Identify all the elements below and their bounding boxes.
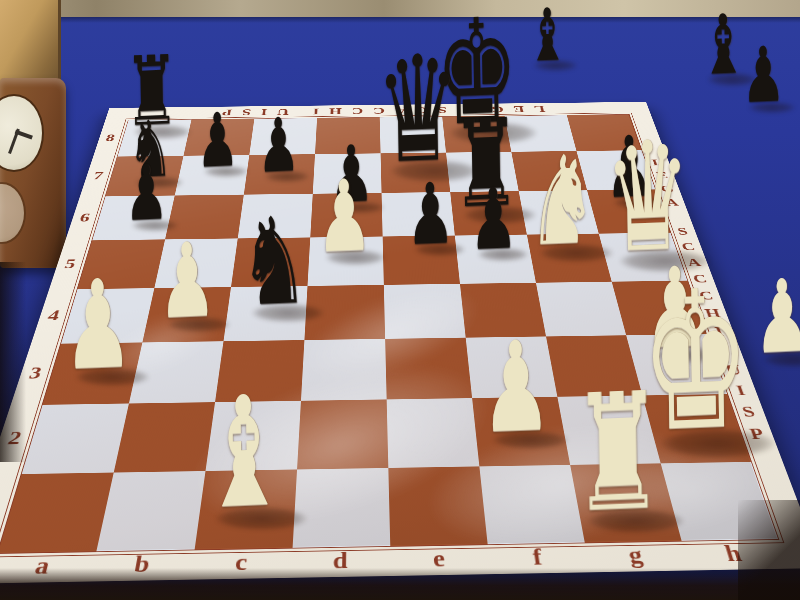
side-shadow: [0, 262, 26, 462]
table-edge-shadow: [0, 568, 800, 600]
floor-shadow: [0, 17, 800, 23]
wooden-box: [0, 0, 61, 86]
clock-face-2: [0, 182, 26, 244]
square-d1[interactable]: [293, 468, 391, 548]
black-pawn-c7[interactable]: ♟: [254, 107, 303, 183]
black-knight-c4[interactable]: ♞: [235, 200, 314, 323]
corner-shadow: [738, 500, 800, 600]
square-b1[interactable]: [96, 471, 205, 551]
square-e1[interactable]: [388, 466, 487, 546]
black-pawn-a6[interactable]: ♟: [121, 154, 171, 232]
white-pawn-a3[interactable]: ♟: [58, 262, 138, 387]
square-a1[interactable]: [0, 473, 114, 554]
black-pawn-f5[interactable]: ♟: [466, 176, 521, 262]
white-pawn-b4[interactable]: ♟: [154, 229, 221, 334]
square-e3[interactable]: [385, 338, 472, 400]
white-knight-g5[interactable]: ♞: [522, 138, 602, 263]
white-rook-g1[interactable]: ♜: [565, 371, 670, 535]
black-bishop-offboard: ♝: [524, 0, 571, 72]
photo-stage: LEGA SCACCHI UISP LEGA SCACCHI UISP 8a7b…: [0, 0, 800, 600]
square-e2[interactable]: [387, 398, 480, 468]
square-d3[interactable]: [301, 339, 387, 401]
white-pawn-offboard: ♟: [749, 266, 800, 369]
square-e4[interactable]: [384, 284, 466, 339]
stone-floor: [0, 0, 800, 17]
white-pawn-f2[interactable]: ♟: [475, 323, 556, 450]
white-pawn-d5[interactable]: ♟: [312, 166, 376, 267]
white-bishop-c1[interactable]: ♝: [194, 375, 294, 531]
black-pawn-offboard: ♟: [738, 36, 788, 114]
black-pawn-e5[interactable]: ♟: [403, 171, 458, 257]
black-pawn-b7[interactable]: ♟: [193, 102, 242, 178]
chess-clock: [0, 78, 66, 268]
square-a2[interactable]: [22, 403, 129, 474]
square-d2[interactable]: [297, 399, 388, 469]
